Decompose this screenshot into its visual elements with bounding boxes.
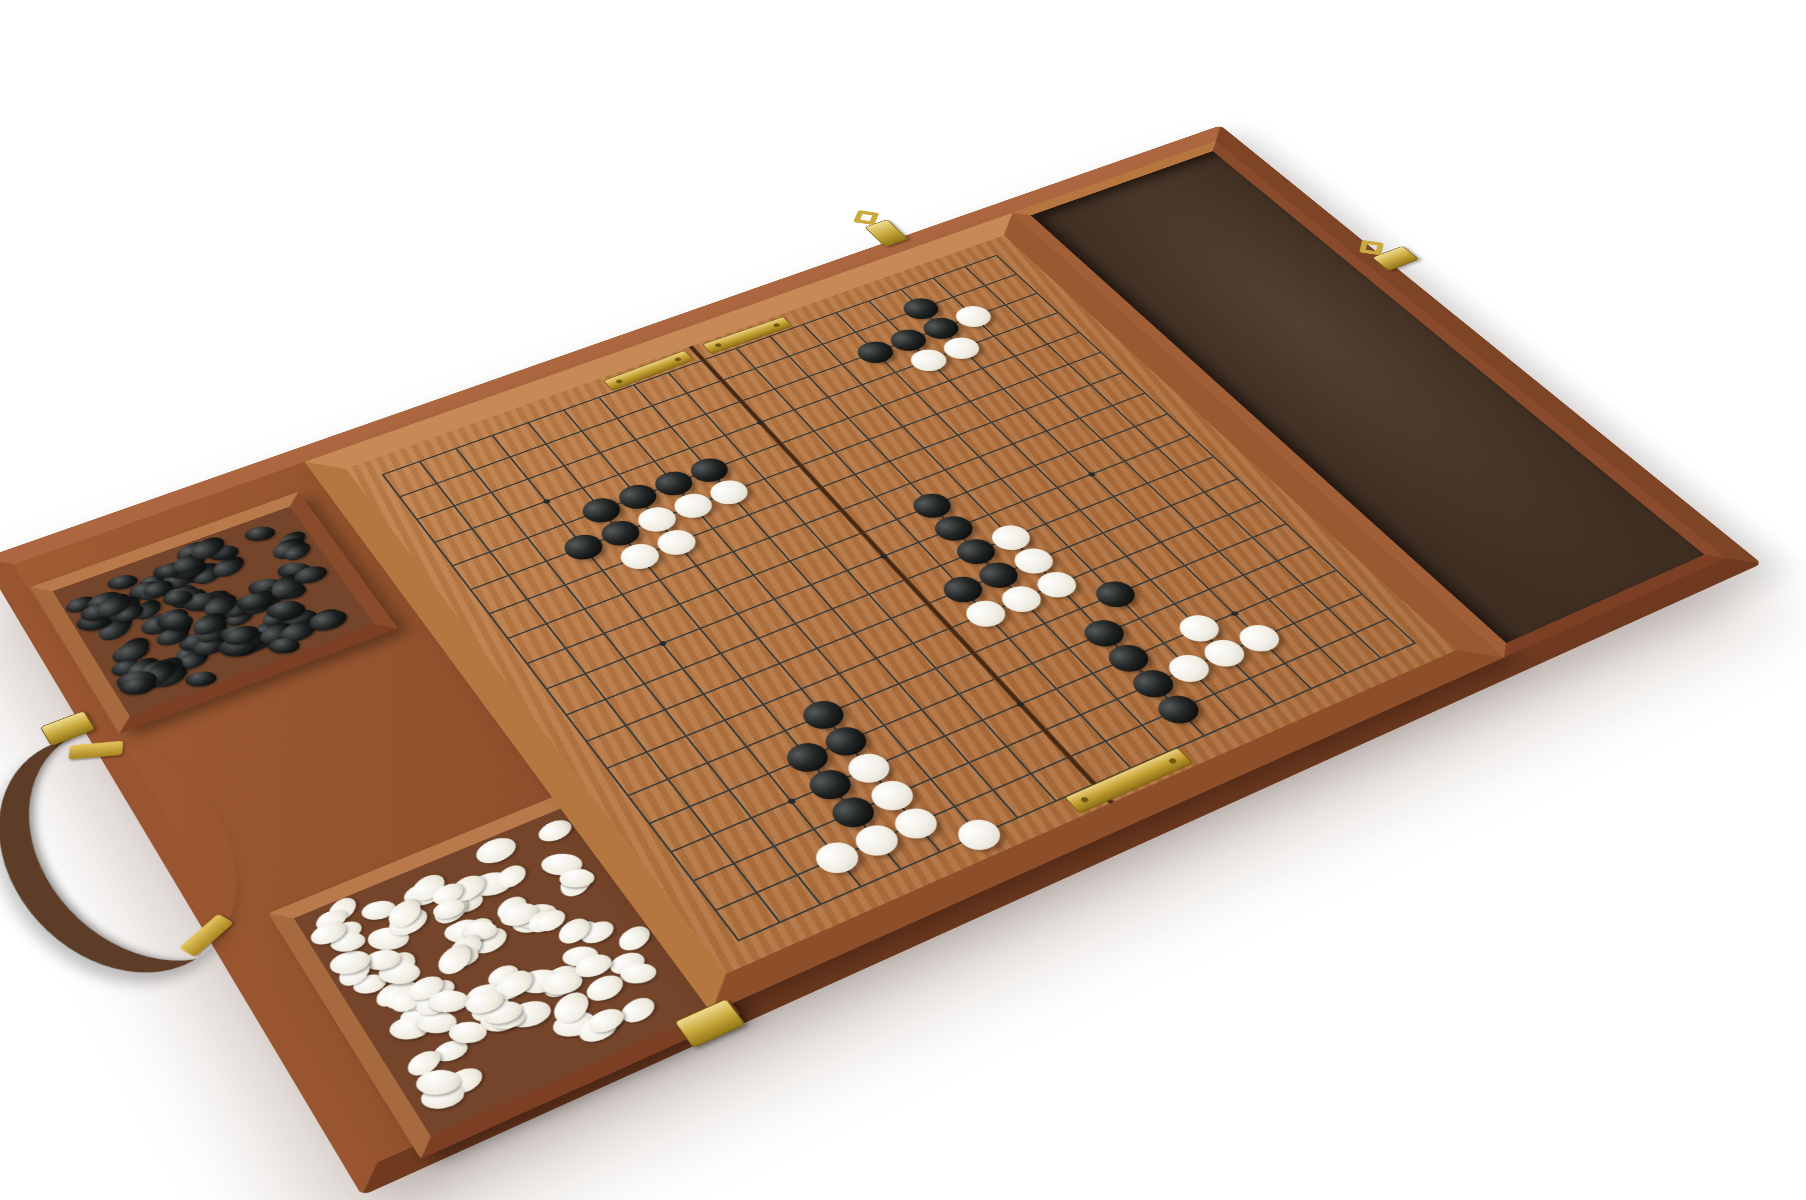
white-stone [385, 981, 431, 1016]
black-stone [92, 612, 138, 644]
white-stone [393, 979, 441, 1014]
white-stone [389, 1016, 430, 1041]
black-stone [170, 640, 211, 667]
white-stone [559, 869, 594, 888]
white-stone [613, 922, 655, 954]
white-stone [1161, 650, 1216, 687]
white-stone [995, 582, 1048, 617]
black-stone [802, 765, 858, 805]
black-stone [1151, 691, 1207, 729]
white-stone [363, 947, 402, 972]
white-stone [443, 922, 485, 943]
white-stone [447, 1022, 488, 1044]
black-stone [99, 593, 146, 625]
black-stone [796, 696, 851, 734]
carry-handle [0, 708, 285, 1008]
black-stone [937, 572, 990, 607]
black-stone [217, 626, 256, 644]
black-stone [267, 638, 302, 654]
black-stone [249, 617, 287, 642]
white-stone [571, 950, 617, 982]
black-stone [273, 623, 307, 641]
black-stone [251, 583, 292, 611]
white-stone [1172, 610, 1226, 646]
black-stone [236, 630, 277, 656]
brass-latch-bottom-icon [674, 998, 746, 1048]
white-stone [517, 967, 563, 996]
latch-loop-icon [853, 210, 879, 225]
black-stone [245, 525, 276, 542]
black-stone [217, 603, 251, 619]
white-stone [334, 956, 377, 990]
white-stone [575, 918, 618, 949]
black-stone [154, 613, 195, 631]
black-stone [107, 573, 138, 591]
black-stone [1089, 577, 1143, 612]
white-stone [1232, 620, 1287, 656]
star-point [1015, 701, 1025, 708]
white-stone [533, 816, 576, 846]
white-stone [325, 917, 367, 946]
white-stone [503, 997, 555, 1032]
latch-loop-icon [1359, 240, 1384, 255]
black-stone [146, 654, 188, 682]
white-stone [429, 896, 468, 922]
black-stone [126, 579, 166, 603]
white-stone [462, 986, 508, 1017]
black-stone [133, 656, 178, 686]
black-tray-stones [53, 507, 375, 717]
white-stone [372, 947, 423, 986]
black-stone [176, 629, 217, 655]
black-stone [972, 558, 1025, 593]
black-stone [1101, 640, 1156, 677]
black-stone [91, 590, 137, 621]
black-stone [162, 583, 198, 602]
black-stone [291, 563, 331, 587]
brass-clasp-right-icon [1372, 246, 1420, 271]
white-stone [410, 983, 461, 1020]
black-stone [216, 638, 259, 657]
black-stone [136, 579, 173, 603]
black-stone [306, 607, 351, 635]
case-left-compartment [14, 462, 712, 1163]
black-stone [111, 601, 147, 625]
black-stone [825, 792, 882, 833]
black-stone [222, 605, 258, 630]
black-stone [265, 571, 309, 601]
white-stone [378, 976, 423, 1012]
white-stone [396, 999, 446, 1033]
white-stone [455, 914, 499, 947]
black-stone [63, 594, 99, 616]
white-stone [864, 776, 921, 816]
white-stone [403, 972, 448, 1005]
black-stone [192, 587, 235, 615]
black-stone [219, 596, 257, 621]
hinge-plate-bottom-icon [1064, 747, 1193, 813]
black-stone [127, 670, 166, 694]
black-stone [129, 597, 166, 622]
white-stone [959, 596, 1012, 632]
black-stone [246, 578, 287, 597]
white-stone [483, 961, 524, 991]
black-stone [136, 609, 183, 639]
black-stone [1077, 615, 1131, 651]
black-stone [1126, 665, 1181, 702]
white-stone [367, 927, 411, 950]
white-stone [351, 971, 389, 996]
white-stone [440, 1063, 488, 1099]
white-stone [950, 814, 1008, 855]
white-stone [492, 893, 532, 924]
white-stone [581, 970, 630, 1006]
white-stone [416, 1068, 460, 1096]
black-stone [187, 609, 232, 639]
white-stone [494, 966, 538, 1001]
white-stone [467, 868, 516, 899]
white-stone [306, 918, 351, 950]
white-stone [464, 981, 506, 1009]
white-stone [440, 887, 486, 916]
black-stone [303, 605, 347, 634]
case-perspective-wrap [0, 125, 1762, 1195]
black-stone [140, 577, 176, 600]
white-stone [462, 921, 499, 940]
black-stone [118, 678, 155, 694]
black-stone [237, 592, 273, 612]
white-stone [470, 833, 522, 868]
black-stone [153, 624, 193, 649]
white-stone [565, 920, 600, 941]
white-stone [490, 968, 534, 1003]
black-stone [266, 599, 304, 621]
white-stone [808, 837, 866, 879]
white-stone [848, 820, 905, 861]
white-stone [531, 906, 571, 935]
black-stone [137, 573, 170, 593]
white-stone [377, 961, 423, 985]
black-stone [154, 606, 192, 629]
black-stone [185, 670, 217, 687]
white-stone [431, 1036, 473, 1065]
white-stone [444, 871, 491, 906]
white-stone [549, 1008, 599, 1041]
black-stone [818, 722, 873, 761]
black-stone [153, 560, 188, 581]
white-stone [359, 898, 397, 922]
black-stone [780, 738, 836, 777]
white-stone [615, 993, 659, 1026]
white-stone [444, 916, 485, 943]
black-stone [220, 622, 263, 649]
white-stone [540, 854, 583, 876]
white-stone [555, 866, 599, 901]
black-stone [255, 619, 299, 648]
star-point [1229, 610, 1238, 616]
black-stone [274, 582, 309, 603]
white-stone [428, 892, 474, 927]
white-stone [512, 900, 561, 933]
white-stone [841, 749, 897, 788]
black-stone [258, 604, 293, 628]
black-stone [111, 658, 144, 678]
white-stone [330, 930, 367, 954]
black-stone [263, 631, 294, 649]
black-stone [190, 616, 232, 645]
white-stone [439, 944, 481, 971]
black-stone-tray [30, 492, 398, 734]
white-stone [547, 988, 595, 1027]
go-case [0, 125, 1762, 1195]
black-stone [137, 659, 181, 689]
white-stone [402, 1046, 447, 1080]
white-stone [887, 803, 944, 844]
white-stone [605, 949, 649, 979]
white-stone [584, 1005, 630, 1038]
white-stone [419, 1080, 466, 1112]
white-stone [311, 905, 351, 934]
white-stone [492, 861, 532, 891]
white-stone [1030, 567, 1083, 602]
black-stone [278, 607, 319, 631]
black-stone [227, 628, 270, 655]
black-stone [275, 617, 321, 647]
black-stone [112, 635, 155, 665]
white-stone [619, 961, 658, 985]
white-stone [535, 960, 587, 998]
white-stone [327, 947, 373, 977]
black-stone [183, 592, 221, 613]
brass-latch-top-icon [864, 219, 908, 247]
white-stone [553, 915, 596, 948]
white-stone [428, 990, 469, 1013]
black-stone [108, 639, 152, 667]
black-stone [189, 633, 230, 659]
black-stone [162, 589, 193, 607]
black-stone [153, 618, 193, 636]
white-stone [419, 976, 460, 1006]
white-stone [1197, 635, 1252, 672]
white-stone [465, 922, 513, 958]
white-stone [464, 987, 516, 1027]
white-stone [573, 1009, 625, 1048]
white-stone [509, 907, 553, 936]
black-stone [79, 601, 116, 623]
black-stone [116, 670, 157, 692]
white-tray-stones [294, 807, 714, 1136]
white-stone [535, 962, 585, 1002]
black-stone [198, 591, 243, 621]
black-stone [173, 647, 213, 674]
white-stone [414, 1010, 458, 1033]
product-photo-scene [0, 0, 1806, 1200]
black-stone [236, 587, 283, 618]
white-stone [383, 897, 427, 931]
white-stone [523, 906, 561, 935]
white-stone [480, 1010, 517, 1033]
white-stone [445, 932, 488, 965]
white-stone [496, 899, 542, 930]
white-stone [432, 942, 477, 978]
white-stone [561, 944, 599, 967]
black-stone [76, 611, 112, 632]
black-stone [167, 585, 211, 612]
white-stone [400, 878, 447, 909]
white-stone [428, 880, 469, 909]
white-stone [539, 968, 584, 997]
black-stone [151, 565, 184, 580]
black-stone [180, 559, 225, 587]
black-stone [82, 588, 126, 616]
black-stone [224, 635, 263, 653]
white-stone [382, 903, 434, 941]
white-stone [405, 871, 451, 906]
black-stone [122, 655, 164, 684]
white-stone-tray [268, 789, 741, 1159]
white-stone [490, 1006, 529, 1032]
black-stone [202, 628, 241, 653]
white-stone [481, 997, 526, 1028]
white-stone [371, 979, 412, 1011]
star-point [658, 640, 667, 646]
black-stone [188, 562, 227, 588]
black-stone [156, 564, 201, 594]
star-point [786, 798, 796, 805]
white-stone [323, 895, 361, 925]
black-stone [275, 562, 313, 579]
black-stone [146, 661, 192, 692]
black-stone [270, 600, 309, 624]
